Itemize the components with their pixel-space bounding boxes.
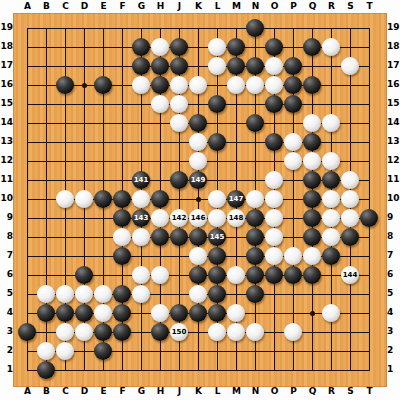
row-label-17: 17	[0, 60, 13, 72]
row-label-19: 19	[0, 22, 13, 34]
row-label-10: 10	[0, 193, 13, 205]
black-stone-F10[interactable]	[113, 190, 131, 208]
black-stone-O15[interactable]	[265, 95, 283, 113]
black-stone-K14[interactable]	[189, 114, 207, 132]
white-stone-P12[interactable]	[284, 152, 302, 170]
black-stone-Q13[interactable]	[303, 133, 321, 151]
move-146-stone-K9[interactable]: 146	[189, 209, 207, 227]
white-stone-P13[interactable]	[284, 133, 302, 151]
black-stone-F9[interactable]	[113, 209, 131, 227]
column-label-N: N	[246, 386, 265, 398]
row-label-8: 8	[0, 231, 13, 243]
white-stone-C10[interactable]	[56, 190, 74, 208]
row-label-11: 11	[0, 174, 13, 186]
row-label-19: 19	[387, 22, 400, 34]
white-stone-P7[interactable]	[284, 247, 302, 265]
column-label-O: O	[265, 386, 284, 398]
black-stone-J8[interactable]	[170, 228, 188, 246]
black-stone-P15[interactable]	[284, 95, 302, 113]
white-stone-C2[interactable]	[56, 342, 74, 360]
white-stone-O8[interactable]	[265, 228, 283, 246]
black-stone-K8[interactable]	[189, 228, 207, 246]
column-label-J: J	[170, 1, 189, 13]
black-stone-N14[interactable]	[246, 114, 264, 132]
white-stone-G8[interactable]	[132, 228, 150, 246]
black-stone-L15[interactable]	[208, 95, 226, 113]
column-label-S: S	[341, 1, 360, 13]
column-label-T: T	[360, 1, 379, 13]
column-label-T: T	[360, 386, 379, 398]
row-label-13: 13	[0, 136, 13, 148]
column-label-E: E	[94, 386, 113, 398]
white-stone-L10[interactable]	[208, 190, 226, 208]
column-label-O: O	[265, 1, 284, 13]
column-label-D: D	[75, 1, 94, 13]
column-label-B: B	[37, 1, 56, 13]
black-stone-R11[interactable]	[322, 171, 340, 189]
white-stone-O7[interactable]	[265, 247, 283, 265]
black-stone-M17[interactable]	[227, 57, 245, 75]
white-stone-N3[interactable]	[246, 323, 264, 341]
white-stone-O16[interactable]	[265, 76, 283, 94]
black-stone-B4[interactable]	[37, 304, 55, 322]
black-stone-N19[interactable]	[246, 19, 264, 37]
column-label-B: B	[37, 386, 56, 398]
black-stone-E2[interactable]	[94, 342, 112, 360]
white-stone-E5[interactable]	[94, 285, 112, 303]
black-stone-F5[interactable]	[113, 285, 131, 303]
column-label-A: A	[18, 386, 37, 398]
black-stone-J11[interactable]	[170, 171, 188, 189]
black-stone-Q6[interactable]	[303, 266, 321, 284]
row-label-15: 15	[387, 98, 400, 110]
black-stone-N8[interactable]	[246, 228, 264, 246]
black-stone-E10[interactable]	[94, 190, 112, 208]
row-label-18: 18	[0, 41, 13, 53]
black-stone-L4[interactable]	[208, 304, 226, 322]
black-stone-S8[interactable]	[341, 228, 359, 246]
column-label-A: A	[18, 1, 37, 13]
black-stone-J17[interactable]	[170, 57, 188, 75]
white-stone-M16[interactable]	[227, 76, 245, 94]
black-stone-L5[interactable]	[208, 285, 226, 303]
white-stone-B2[interactable]	[37, 342, 55, 360]
row-label-9: 9	[387, 212, 400, 224]
white-stone-H6[interactable]	[151, 266, 169, 284]
move-150-stone-J3[interactable]: 150	[170, 323, 188, 341]
white-stone-K7[interactable]	[189, 247, 207, 265]
move-149-stone-K11[interactable]: 149	[189, 171, 207, 189]
white-stone-R8[interactable]	[322, 228, 340, 246]
row-label-6: 6	[387, 269, 400, 281]
white-stone-R18[interactable]	[322, 38, 340, 56]
row-label-2: 2	[0, 345, 13, 357]
column-label-M: M	[227, 386, 246, 398]
move-145-stone-L8[interactable]: 145	[208, 228, 226, 246]
column-label-R: R	[322, 1, 341, 13]
row-label-13: 13	[387, 136, 400, 148]
white-stone-B5[interactable]	[37, 285, 55, 303]
go-board[interactable]: 141149147143142146148145144150	[13, 13, 387, 387]
black-stone-Q10[interactable]	[303, 190, 321, 208]
row-label-16: 16	[0, 79, 13, 91]
row-label-2: 2	[387, 345, 400, 357]
row-label-5: 5	[0, 288, 13, 300]
white-stone-K13[interactable]	[189, 133, 207, 151]
white-stone-L17[interactable]	[208, 57, 226, 75]
row-label-7: 7	[0, 250, 13, 262]
row-label-12: 12	[0, 155, 13, 167]
white-stone-L18[interactable]	[208, 38, 226, 56]
black-stone-G17[interactable]	[132, 57, 150, 75]
white-stone-C3[interactable]	[56, 323, 74, 341]
column-label-E: E	[94, 1, 113, 13]
white-stone-H15[interactable]	[151, 95, 169, 113]
move-143-stone-G9[interactable]: 143	[132, 209, 150, 227]
black-stone-A3[interactable]	[18, 323, 36, 341]
black-stone-D6[interactable]	[75, 266, 93, 284]
black-stone-Q9[interactable]	[303, 209, 321, 227]
column-label-H: H	[151, 1, 170, 13]
white-stone-R4[interactable]	[322, 304, 340, 322]
black-stone-E16[interactable]	[94, 76, 112, 94]
column-label-R: R	[322, 386, 341, 398]
white-stone-H9[interactable]	[151, 209, 169, 227]
white-stone-Q12[interactable]	[303, 152, 321, 170]
white-stone-E4[interactable]	[94, 304, 112, 322]
white-stone-O17[interactable]	[265, 57, 283, 75]
column-label-N: N	[246, 1, 265, 13]
white-stone-O10[interactable]	[265, 190, 283, 208]
black-stone-T9[interactable]	[360, 209, 378, 227]
black-stone-P17[interactable]	[284, 57, 302, 75]
white-stone-S17[interactable]	[341, 57, 359, 75]
black-stone-N5[interactable]	[246, 285, 264, 303]
row-label-4: 4	[387, 307, 400, 319]
white-stone-K12[interactable]	[189, 152, 207, 170]
white-stone-M4[interactable]	[227, 304, 245, 322]
column-label-L: L	[208, 386, 227, 398]
black-stone-D4[interactable]	[75, 304, 93, 322]
black-stone-O13[interactable]	[265, 133, 283, 151]
row-label-10: 10	[387, 193, 400, 205]
board-grid-line	[27, 351, 370, 352]
row-label-6: 6	[0, 269, 13, 281]
black-stone-Q18[interactable]	[303, 38, 321, 56]
black-stone-R7[interactable]	[322, 247, 340, 265]
black-stone-K6[interactable]	[189, 266, 207, 284]
black-stone-L7[interactable]	[208, 247, 226, 265]
move-147-stone-M10[interactable]: 147	[227, 190, 245, 208]
white-stone-K16[interactable]	[189, 76, 207, 94]
white-stone-K5[interactable]	[189, 285, 207, 303]
black-stone-P16[interactable]	[284, 76, 302, 94]
column-label-K: K	[189, 386, 208, 398]
column-label-G: G	[132, 386, 151, 398]
row-label-12: 12	[387, 155, 400, 167]
white-stone-D10[interactable]	[75, 190, 93, 208]
column-label-F: F	[113, 1, 132, 13]
black-stone-E3[interactable]	[94, 323, 112, 341]
white-stone-D3[interactable]	[75, 323, 93, 341]
black-stone-M18[interactable]	[227, 38, 245, 56]
row-label-3: 3	[0, 326, 13, 338]
white-stone-M3[interactable]	[227, 323, 245, 341]
white-stone-M6[interactable]	[227, 266, 245, 284]
black-stone-C4[interactable]	[56, 304, 74, 322]
column-label-G: G	[132, 1, 151, 13]
move-141-stone-G11[interactable]: 141	[132, 171, 150, 189]
column-label-J: J	[170, 386, 189, 398]
black-stone-G18[interactable]	[132, 38, 150, 56]
black-stone-N6[interactable]	[246, 266, 264, 284]
white-stone-R10[interactable]	[322, 190, 340, 208]
column-label-C: C	[56, 1, 75, 13]
white-stone-H18[interactable]	[151, 38, 169, 56]
black-stone-C16[interactable]	[56, 76, 74, 94]
white-stone-R9[interactable]	[322, 209, 340, 227]
row-label-1: 1	[387, 364, 400, 376]
row-label-17: 17	[387, 60, 400, 72]
white-stone-Q14[interactable]	[303, 114, 321, 132]
black-stone-H16[interactable]	[151, 76, 169, 94]
row-label-7: 7	[387, 250, 400, 262]
white-stone-C5[interactable]	[56, 285, 74, 303]
column-label-M: M	[227, 1, 246, 13]
white-stone-L3[interactable]	[208, 323, 226, 341]
row-label-4: 4	[0, 307, 13, 319]
row-label-16: 16	[387, 79, 400, 91]
white-stone-J15[interactable]	[170, 95, 188, 113]
white-stone-P3[interactable]	[284, 323, 302, 341]
black-stone-L13[interactable]	[208, 133, 226, 151]
black-stone-F4[interactable]	[113, 304, 131, 322]
white-stone-L9[interactable]	[208, 209, 226, 227]
row-label-1: 1	[0, 364, 13, 376]
move-142-stone-J9[interactable]: 142	[170, 209, 188, 227]
white-stone-F8[interactable]	[113, 228, 131, 246]
black-stone-N9[interactable]	[246, 209, 264, 227]
black-stone-B1[interactable]	[37, 361, 55, 379]
row-label-9: 9	[0, 212, 13, 224]
move-144-stone-S6[interactable]: 144	[341, 266, 359, 284]
white-stone-Q7[interactable]	[303, 247, 321, 265]
row-label-8: 8	[387, 231, 400, 243]
column-label-K: K	[189, 1, 208, 13]
white-stone-H4[interactable]	[151, 304, 169, 322]
black-stone-H17[interactable]	[151, 57, 169, 75]
white-stone-D5[interactable]	[75, 285, 93, 303]
white-stone-N16[interactable]	[246, 76, 264, 94]
column-label-L: L	[208, 1, 227, 13]
row-label-14: 14	[387, 117, 400, 129]
row-label-15: 15	[0, 98, 13, 110]
white-stone-G16[interactable]	[132, 76, 150, 94]
star-point	[310, 311, 315, 316]
row-label-5: 5	[387, 288, 400, 300]
black-stone-O18[interactable]	[265, 38, 283, 56]
column-label-P: P	[284, 386, 303, 398]
white-stone-S11[interactable]	[341, 171, 359, 189]
black-stone-F3[interactable]	[113, 323, 131, 341]
white-stone-R14[interactable]	[322, 114, 340, 132]
black-stone-H10[interactable]	[151, 190, 169, 208]
move-148-stone-M9[interactable]: 148	[227, 209, 245, 227]
black-stone-N7[interactable]	[246, 247, 264, 265]
black-stone-J18[interactable]	[170, 38, 188, 56]
black-stone-O6[interactable]	[265, 266, 283, 284]
board-grid-line	[369, 28, 370, 371]
black-stone-Q8[interactable]	[303, 228, 321, 246]
column-label-F: F	[113, 386, 132, 398]
black-stone-J4[interactable]	[170, 304, 188, 322]
white-stone-N10[interactable]	[246, 190, 264, 208]
column-label-Q: Q	[303, 386, 322, 398]
star-point	[82, 83, 87, 88]
black-stone-P6[interactable]	[284, 266, 302, 284]
black-stone-F7[interactable]	[113, 247, 131, 265]
black-stone-N17[interactable]	[246, 57, 264, 75]
column-label-C: C	[56, 386, 75, 398]
column-label-P: P	[284, 1, 303, 13]
white-stone-G6[interactable]	[132, 266, 150, 284]
row-label-11: 11	[387, 174, 400, 186]
white-stone-J14[interactable]	[170, 114, 188, 132]
go-game-screenshot: 141149147143142146148145144150 ABCDEFGHJ…	[0, 0, 400, 400]
white-stone-S10[interactable]	[341, 190, 359, 208]
white-stone-G5[interactable]	[132, 285, 150, 303]
white-stone-S9[interactable]	[341, 209, 359, 227]
row-label-3: 3	[387, 326, 400, 338]
black-stone-H8[interactable]	[151, 228, 169, 246]
white-stone-G10[interactable]	[132, 190, 150, 208]
column-label-Q: Q	[303, 1, 322, 13]
column-label-D: D	[75, 386, 94, 398]
black-stone-Q16[interactable]	[303, 76, 321, 94]
star-point	[196, 197, 201, 202]
white-stone-R12[interactable]	[322, 152, 340, 170]
row-label-14: 14	[0, 117, 13, 129]
board-grid-line	[27, 370, 370, 371]
white-stone-O11[interactable]	[265, 171, 283, 189]
white-stone-J16[interactable]	[170, 76, 188, 94]
black-stone-K4[interactable]	[189, 304, 207, 322]
column-label-S: S	[341, 386, 360, 398]
black-stone-H3[interactable]	[151, 323, 169, 341]
row-label-18: 18	[387, 41, 400, 53]
column-label-H: H	[151, 386, 170, 398]
black-stone-Q11[interactable]	[303, 171, 321, 189]
black-stone-L6[interactable]	[208, 266, 226, 284]
white-stone-O9[interactable]	[265, 209, 283, 227]
